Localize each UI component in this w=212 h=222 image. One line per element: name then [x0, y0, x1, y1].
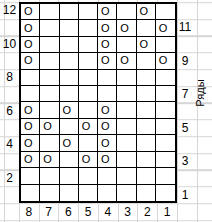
- row-label-right: 9: [177, 52, 193, 69]
- chart-cell: [137, 53, 156, 69]
- chart-cell: [117, 168, 136, 184]
- chart-cell: [156, 119, 175, 135]
- chart-cell: [40, 37, 59, 53]
- chart-cell: [40, 4, 59, 20]
- row-label-left: 4: [0, 136, 19, 153]
- chart-cell: [117, 70, 136, 86]
- chart-cell: [60, 152, 79, 168]
- chart-cell: [79, 135, 98, 151]
- chart-cell: [21, 185, 40, 201]
- chart-cell: [156, 135, 175, 151]
- chart-cell: [60, 53, 79, 69]
- chart-cell: [79, 37, 98, 53]
- chart-cell: O: [79, 119, 98, 135]
- row-label-right: 11: [177, 19, 193, 36]
- chart-cell: [98, 70, 117, 86]
- chart-cell: O: [137, 4, 156, 20]
- chart-cell: [60, 86, 79, 102]
- col-label: 4: [98, 204, 118, 220]
- chart-cell: [137, 102, 156, 118]
- chart-cell: [137, 20, 156, 36]
- chart-cell: [156, 37, 175, 53]
- col-label: 7: [39, 204, 59, 220]
- chart-cell: [60, 4, 79, 20]
- chart-cell: [117, 102, 136, 118]
- row-label-right: 7: [177, 86, 193, 103]
- chart-cell: [137, 185, 156, 201]
- chart-cell: [98, 185, 117, 201]
- chart-cell: [60, 20, 79, 36]
- chart-cell: O: [21, 102, 40, 118]
- row-label-left: 6: [0, 103, 19, 120]
- chart-cell: [137, 135, 156, 151]
- chart-cell: [117, 152, 136, 168]
- col-label: 6: [59, 204, 79, 220]
- chart-cell: [117, 119, 136, 135]
- chart-cell: O: [137, 37, 156, 53]
- chart-cell: [156, 168, 175, 184]
- chart-cell: [137, 70, 156, 86]
- chart-cell: [117, 135, 136, 151]
- chart-cell: O: [117, 53, 136, 69]
- chart-grid: OOOOOOOOOOOOOOOOOOOOOOOOOOOO: [19, 2, 177, 203]
- row-label-left: 10: [0, 36, 19, 53]
- col-label: 5: [78, 204, 98, 220]
- chart-cell: [79, 86, 98, 102]
- chart-cell: O: [156, 20, 175, 36]
- chart-cell: [79, 102, 98, 118]
- chart-cell: O: [21, 4, 40, 20]
- chart-cell: [156, 102, 175, 118]
- chart-cell: [156, 152, 175, 168]
- chart-cell: [137, 86, 156, 102]
- chart-cell: O: [156, 53, 175, 69]
- chart-cell: O: [60, 135, 79, 151]
- chart-cell: [98, 168, 117, 184]
- chart-cell: O: [98, 152, 117, 168]
- knitting-chart-screenshot: OOOOOOOOOOOOOOOOOOOOOOOOOOOO 12108642 11…: [0, 0, 212, 222]
- chart-cell: O: [117, 20, 136, 36]
- chart-cell: [21, 86, 40, 102]
- chart-cell: O: [79, 152, 98, 168]
- chart-cell: O: [21, 53, 40, 69]
- chart-cell: [40, 53, 59, 69]
- chart-cell: O: [21, 119, 40, 135]
- chart-cell: [98, 86, 117, 102]
- chart-cell: [21, 168, 40, 184]
- chart-cell: [40, 168, 59, 184]
- chart-cell: [156, 86, 175, 102]
- rows-axis-title: Ряды: [194, 79, 206, 106]
- chart-cell: [79, 185, 98, 201]
- row-label-right: 1: [177, 186, 193, 203]
- row-label-right: 3: [177, 153, 193, 170]
- chart-cell: O: [60, 102, 79, 118]
- chart-cell: O: [21, 37, 40, 53]
- chart-cell: O: [98, 53, 117, 69]
- chart-cell: [137, 119, 156, 135]
- chart-cell: O: [21, 135, 40, 151]
- chart-cell: [137, 168, 156, 184]
- chart-cell: O: [40, 152, 59, 168]
- chart-cell: [60, 119, 79, 135]
- chart-cell: [137, 152, 156, 168]
- chart-cell: [79, 20, 98, 36]
- chart-cell: [40, 102, 59, 118]
- col-label: 1: [157, 204, 177, 220]
- col-label: 3: [118, 204, 138, 220]
- col-label: 8: [19, 204, 39, 220]
- chart-cell: [60, 168, 79, 184]
- chart-cell: [117, 37, 136, 53]
- chart-cell: [156, 70, 175, 86]
- chart-cell: O: [21, 152, 40, 168]
- chart-cell: [117, 185, 136, 201]
- chart-cell: [40, 185, 59, 201]
- chart-cell: [40, 20, 59, 36]
- chart-cell: O: [40, 119, 59, 135]
- chart-cell: O: [98, 119, 117, 135]
- chart-cell: [117, 86, 136, 102]
- chart-cell: O: [21, 20, 40, 36]
- chart-cell: [40, 86, 59, 102]
- row-label-left: 12: [0, 2, 19, 19]
- chart-cell: O: [98, 37, 117, 53]
- chart-cell: [156, 4, 175, 20]
- chart-cell: O: [98, 20, 117, 36]
- chart-cell: [21, 70, 40, 86]
- row-label-left: 8: [0, 69, 19, 86]
- row-label-left: 2: [0, 170, 19, 187]
- chart-cell: [156, 185, 175, 201]
- chart-cell: [40, 70, 59, 86]
- chart-cell: [60, 185, 79, 201]
- chart-cell: O: [98, 4, 117, 20]
- chart-cell: [60, 70, 79, 86]
- chart-cell: [117, 4, 136, 20]
- chart-cell: [40, 135, 59, 151]
- chart-cell: [79, 53, 98, 69]
- col-label: 2: [138, 204, 158, 220]
- row-label-right: 5: [177, 119, 193, 136]
- chart-cell: O: [98, 135, 117, 151]
- chart-cell: [79, 168, 98, 184]
- chart-cell: [79, 4, 98, 20]
- chart-cell: [60, 37, 79, 53]
- chart-cell: [79, 70, 98, 86]
- chart-cell: O: [98, 102, 117, 118]
